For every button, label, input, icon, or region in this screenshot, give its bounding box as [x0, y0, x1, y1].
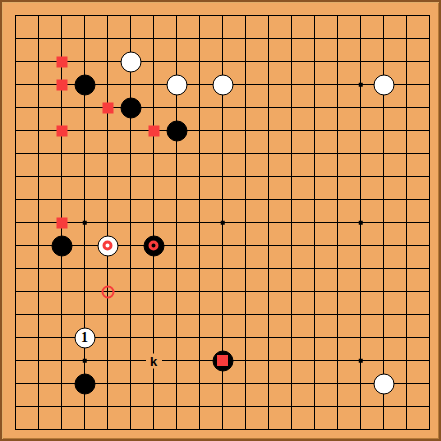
- black-stone: [212, 350, 233, 371]
- black-stone: [166, 120, 187, 141]
- white-stone: [212, 74, 233, 95]
- red-square-mark: [56, 217, 67, 228]
- grid-line-vertical: [406, 15, 408, 431]
- white-stone: [97, 235, 118, 256]
- red-square-mark: [102, 102, 113, 113]
- red-square-mark: [148, 125, 159, 136]
- white-stone: 1: [74, 327, 95, 348]
- black-stone: [74, 373, 95, 394]
- grid-line-vertical: [429, 15, 431, 431]
- red-circle-mark: [101, 285, 114, 298]
- star-point: [82, 220, 87, 225]
- grid-line-vertical: [268, 15, 270, 431]
- white-stone: [373, 74, 394, 95]
- star-point: [358, 358, 363, 363]
- grid-line-horizontal: [15, 429, 431, 431]
- go-diagram: k1: [0, 0, 441, 441]
- black-stone: [51, 235, 72, 256]
- white-stone: [166, 74, 187, 95]
- red-square-mark: [56, 79, 67, 90]
- red-square-mark: [217, 355, 228, 366]
- grid-line-horizontal: [15, 314, 431, 316]
- black-stone: [120, 97, 141, 118]
- grid-line-horizontal: [15, 406, 431, 408]
- grid-line-horizontal: [15, 245, 431, 247]
- star-point: [220, 220, 225, 225]
- red-square-mark: [56, 56, 67, 67]
- white-stone: [120, 51, 141, 72]
- grid-line-horizontal: [15, 268, 431, 270]
- black-stone: [74, 74, 95, 95]
- red-circle-mark: [149, 241, 159, 251]
- white-stone: [373, 373, 394, 394]
- star-point: [358, 82, 363, 87]
- star-point: [358, 220, 363, 225]
- grid-line-vertical: [291, 15, 293, 431]
- go-board: k1: [0, 0, 441, 441]
- move-number-label: 1: [81, 331, 88, 345]
- grid-line-vertical: [245, 15, 247, 431]
- grid-line-horizontal: [15, 291, 431, 293]
- grid-line-vertical: [314, 15, 316, 431]
- star-point: [82, 358, 87, 363]
- black-stone: [143, 235, 164, 256]
- red-square-mark: [56, 125, 67, 136]
- red-circle-mark: [103, 241, 113, 251]
- point-label-k: k: [146, 353, 162, 368]
- grid-line-vertical: [337, 15, 339, 431]
